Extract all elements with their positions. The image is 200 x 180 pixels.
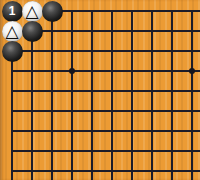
- stone-white[interactable]: △: [22, 1, 43, 22]
- triangle-mark-icon: △: [5, 20, 18, 41]
- stone-black[interactable]: [22, 21, 43, 42]
- stone-black[interactable]: [42, 1, 63, 22]
- go-board[interactable]: 1△△: [0, 0, 200, 180]
- stone-layer: 1△△: [2, 1, 200, 180]
- stone-black[interactable]: 1: [2, 1, 23, 22]
- star-point: [189, 68, 195, 74]
- move-number-label: 1: [9, 1, 16, 22]
- stone-black[interactable]: [2, 41, 23, 62]
- triangle-mark-icon: △: [25, 0, 38, 21]
- star-point: [69, 68, 75, 74]
- stone-white[interactable]: △: [2, 21, 23, 42]
